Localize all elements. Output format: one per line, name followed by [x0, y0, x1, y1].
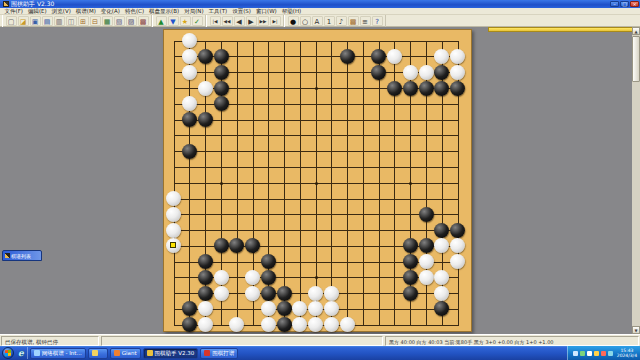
maximize-button[interactable]: □	[620, 1, 629, 7]
white-stone-1-12[interactable]	[166, 207, 181, 222]
folder-icon	[92, 350, 98, 356]
white-stone-9-19[interactable]	[292, 317, 307, 332]
star-point	[315, 87, 318, 90]
fast-forward-icon[interactable]: ▶▶	[258, 16, 269, 26]
black-stone-16-17[interactable]	[403, 286, 418, 301]
white-stone-11-18[interactable]	[324, 301, 339, 316]
menu-item-9[interactable]: 设置(S)	[230, 8, 254, 15]
taskbar-button-label: 围棋打谱	[212, 350, 234, 357]
black-stone-7-17[interactable]	[261, 286, 276, 301]
system-tray: 15:43 2024/3/4	[567, 346, 640, 360]
white-stone-7-18[interactable]	[261, 301, 276, 316]
black-stone-7-16[interactable]	[261, 270, 276, 285]
white-stone-11-17[interactable]	[324, 286, 339, 301]
tray-msg-icon[interactable]	[601, 351, 606, 356]
app-icon	[147, 350, 153, 356]
mini-window-title: 棋谱列表	[11, 253, 41, 259]
menu-item-5[interactable]: 特色(C)	[122, 8, 146, 15]
grid-line-h	[174, 199, 459, 200]
menu-item-2[interactable]: 浏览(V)	[49, 8, 73, 15]
label-a-icon[interactable]: A	[312, 16, 323, 26]
white-stone-10-18[interactable]	[308, 301, 323, 316]
star-point	[315, 182, 318, 185]
white-stone-9-18[interactable]	[292, 301, 307, 316]
quick-launch-ie[interactable]: e	[16, 347, 28, 359]
application-window: 围棋助手 V2.30 – □ × 文件(F)编辑(E)浏览(V)棋谱(M)变化(…	[0, 0, 640, 360]
toolbar-group-0: ▢◪▣▤▥◫⊞⊟▦▧▨▩	[2, 15, 152, 27]
black-stone-2-8[interactable]	[182, 144, 197, 159]
white-stone-icon[interactable]: ○	[300, 16, 311, 26]
star-point	[409, 182, 412, 185]
white-stone-5-19[interactable]	[229, 317, 244, 332]
app-icon	[3, 1, 9, 7]
last-move-marker	[170, 242, 176, 248]
black-stone-2-18[interactable]	[182, 301, 197, 316]
scroll-up-icon[interactable]: ▲	[632, 27, 640, 35]
menu-item-7[interactable]: 对局(N)	[182, 8, 206, 15]
minimized-child-window[interactable]: 棋谱列表	[2, 250, 42, 261]
tray-input-icon[interactable]	[587, 351, 592, 356]
black-stone-16-15[interactable]	[403, 254, 418, 269]
white-stone-4-16[interactable]	[214, 270, 229, 285]
black-stone-16-16[interactable]	[403, 270, 418, 285]
black-stone-4-4[interactable]	[214, 81, 229, 96]
white-stone-6-17[interactable]	[245, 286, 260, 301]
menu-item-6[interactable]: 棋盘显示(B)	[147, 8, 182, 15]
black-stone-17-14[interactable]	[419, 238, 434, 253]
new-file-icon[interactable]: ▢	[6, 16, 17, 26]
tray-antivirus-icon[interactable]	[594, 351, 599, 356]
first-move-icon[interactable]: |◀	[210, 16, 221, 26]
black-stone-4-14[interactable]	[214, 238, 229, 253]
white-stone-1-13[interactable]	[166, 223, 181, 238]
status-bar: 已保存棋谱, 棋钟已停 黑方 40:00 白方 40:03 当前:第80手 黑方…	[0, 334, 640, 346]
clock-date: 2024/3/4	[617, 353, 637, 358]
black-stone-17-12[interactable]	[419, 207, 434, 222]
black-stone-16-4[interactable]	[403, 81, 418, 96]
white-stone-18-17[interactable]	[434, 286, 449, 301]
tree-view-icon[interactable]: ▦	[102, 16, 113, 26]
white-stone-2-5[interactable]	[182, 96, 197, 111]
white-stone-3-19[interactable]	[198, 317, 213, 332]
taskbar-button-2[interactable]: Giant	[110, 348, 141, 359]
grid-line-h	[174, 230, 459, 231]
copy-icon[interactable]: ◫	[66, 16, 77, 26]
grid-line-v	[379, 41, 380, 326]
black-stone-18-13[interactable]	[434, 223, 449, 238]
menu-item-1[interactable]: 编辑(E)	[25, 8, 49, 15]
prev-move-icon[interactable]: ◀	[234, 16, 245, 26]
menu-item-8[interactable]: 工具(T)	[206, 8, 230, 15]
save-icon[interactable]: ▣	[30, 16, 41, 26]
last-move-icon[interactable]: ▶|	[270, 16, 281, 26]
go-board[interactable]	[163, 29, 472, 332]
ie-icon	[34, 350, 40, 356]
white-stone-2-2[interactable]	[182, 49, 197, 64]
white-stone-17-3[interactable]	[419, 65, 434, 80]
black-stone-3-17[interactable]	[198, 286, 213, 301]
status-middle	[101, 336, 383, 346]
white-stone-17-16[interactable]	[419, 270, 434, 285]
number-icon[interactable]: 1	[324, 16, 335, 26]
black-stone-8-17[interactable]	[277, 286, 292, 301]
black-stone-14-3[interactable]	[371, 65, 386, 80]
red-app-icon	[204, 350, 210, 356]
black-stone-2-6[interactable]	[182, 112, 197, 127]
menu-item-3[interactable]: 棋谱(M)	[73, 8, 98, 15]
menu-item-4[interactable]: 变化(A)	[98, 8, 122, 15]
white-stone-4-17[interactable]	[214, 286, 229, 301]
black-stone-19-4[interactable]	[450, 81, 465, 96]
toolbar-group-2: |◀◀◀◀▶▶▶▶|	[206, 15, 284, 27]
toolbar: ▢◪▣▤▥◫⊞⊟▦▧▨▩▲▼★✓|◀◀◀◀▶▶▶▶|●○A1♪▩≡?	[0, 15, 640, 27]
doc-icon	[114, 350, 120, 356]
mark-star-icon[interactable]: ★	[180, 16, 191, 26]
grid-line-h	[174, 214, 459, 215]
white-stone-15-2[interactable]	[387, 49, 402, 64]
board-view-icon[interactable]: ⊞	[78, 16, 89, 26]
white-stone-18-2[interactable]	[434, 49, 449, 64]
open-folder-icon[interactable]: ◪	[18, 16, 29, 26]
black-stone-3-15[interactable]	[198, 254, 213, 269]
black-stone-8-19[interactable]	[277, 317, 292, 332]
white-stone-6-16[interactable]	[245, 270, 260, 285]
white-stone-18-14[interactable]	[434, 238, 449, 253]
white-stone-18-16[interactable]	[434, 270, 449, 285]
tray-icons	[572, 351, 614, 356]
black-stone-18-18[interactable]	[434, 301, 449, 316]
sound-icon[interactable]: ♪	[336, 16, 347, 26]
white-stone-19-14[interactable]	[450, 238, 465, 253]
black-stone-15-4[interactable]	[387, 81, 402, 96]
grid-line-v	[331, 41, 332, 326]
black-stone-18-4[interactable]	[434, 81, 449, 96]
white-stone-11-19[interactable]	[324, 317, 339, 332]
fast-back-icon[interactable]: ◀◀	[222, 16, 233, 26]
taskbar: e 网络棋谱 - Int...Giant围棋助手 V2.30围棋打谱 15:43…	[0, 346, 640, 360]
taskbar-button-label: Giant	[122, 350, 137, 356]
start-button[interactable]	[2, 347, 14, 359]
black-stone-8-18[interactable]	[277, 301, 292, 316]
print-icon[interactable]: ▥	[54, 16, 65, 26]
white-stone-2-1[interactable]	[182, 33, 197, 48]
black-stone-4-5[interactable]	[214, 96, 229, 111]
black-stone-5-14[interactable]	[229, 238, 244, 253]
ie-icon: e	[18, 348, 24, 358]
taskbar-button-1[interactable]	[88, 348, 108, 359]
toolbar-group-1: ▲▼★✓	[152, 15, 206, 27]
black-stone-3-16[interactable]	[198, 270, 213, 285]
black-stone-icon[interactable]: ●	[288, 16, 299, 26]
help-icon[interactable]: ?	[372, 16, 383, 26]
white-stone-12-19[interactable]	[340, 317, 355, 332]
move-up-icon[interactable]: ▲	[156, 16, 167, 26]
list-view-icon[interactable]: ▧	[114, 16, 125, 26]
check-icon[interactable]: ✓	[192, 16, 203, 26]
black-stone-3-6[interactable]	[198, 112, 213, 127]
menu-item-0[interactable]: 文件(F)	[2, 8, 25, 15]
black-stone-18-3[interactable]	[434, 65, 449, 80]
grid-line-v	[347, 41, 348, 326]
client-area: 棋谱列表 ▲ ▼	[0, 27, 640, 334]
move-down-icon[interactable]: ▼	[168, 16, 179, 26]
taskbar-button-3[interactable]: 围棋助手 V2.30	[143, 348, 199, 359]
save-all-icon[interactable]: ▤	[42, 16, 53, 26]
tray-network-icon[interactable]	[580, 351, 585, 356]
black-stone-3-2[interactable]	[198, 49, 213, 64]
black-stone-17-4[interactable]	[419, 81, 434, 96]
tray-volume-icon[interactable]	[573, 351, 578, 356]
tray-battery-icon[interactable]	[608, 351, 613, 356]
white-stone-7-19[interactable]	[261, 317, 276, 332]
taskbar-button-4[interactable]: 围棋打谱	[200, 348, 238, 359]
menu-item-10[interactable]: 窗口(W)	[254, 8, 280, 15]
black-stone-2-19[interactable]	[182, 317, 197, 332]
white-stone-2-3[interactable]	[182, 65, 197, 80]
taskbar-button-0[interactable]: 网络棋谱 - Int...	[30, 348, 86, 359]
black-stone-14-2[interactable]	[371, 49, 386, 64]
black-stone-4-2[interactable]	[214, 49, 229, 64]
highlight-strip	[488, 27, 633, 32]
white-stone-3-4[interactable]	[198, 81, 213, 96]
scroll-down-icon[interactable]: ▼	[632, 326, 640, 334]
white-stone-3-18[interactable]	[198, 301, 213, 316]
grid-icon[interactable]: ▩	[348, 16, 359, 26]
minimize-button[interactable]: –	[610, 1, 619, 7]
black-stone-19-13[interactable]	[450, 223, 465, 238]
taskbar-button-label: 围棋助手 V2.30	[155, 350, 195, 357]
black-stone-16-14[interactable]	[403, 238, 418, 253]
menu-item-11[interactable]: 帮助(H)	[279, 8, 303, 15]
white-stone-10-17[interactable]	[308, 286, 323, 301]
white-stone-16-3[interactable]	[403, 65, 418, 80]
status-left: 已保存棋谱, 棋钟已停	[1, 336, 99, 346]
white-stone-19-3[interactable]	[450, 65, 465, 80]
grid-line-v	[363, 41, 364, 326]
close-button[interactable]: ×	[630, 1, 639, 7]
white-stone-10-19[interactable]	[308, 317, 323, 332]
windows-flag-icon	[5, 350, 11, 357]
black-stone-7-15[interactable]	[261, 254, 276, 269]
star-point	[220, 182, 223, 185]
taskbar-clock[interactable]: 15:43 2024/3/4	[617, 348, 637, 358]
toolbar-group-3: ●○A1♪▩≡?	[284, 15, 386, 27]
black-stone-6-14[interactable]	[245, 238, 260, 253]
menu-list-icon[interactable]: ≡	[360, 16, 371, 26]
black-stone-4-3[interactable]	[214, 65, 229, 80]
task-buttons: 网络棋谱 - Int...Giant围棋助手 V2.30围棋打谱	[28, 348, 239, 359]
black-stone-12-2[interactable]	[340, 49, 355, 64]
vertical-scrollbar[interactable]: ▲ ▼	[632, 27, 640, 334]
white-stone-19-15[interactable]	[450, 254, 465, 269]
status-right: 黑方 40:00 白方 40:03 当前:第80手 黑方 3+0 +0.00 白…	[385, 336, 639, 346]
white-stone-1-11[interactable]	[166, 191, 181, 206]
taskbar-button-label: 网络棋谱 - Int...	[42, 350, 82, 357]
board-zoom-icon[interactable]: ⊟	[90, 16, 101, 26]
mini-window-icon	[5, 253, 10, 258]
comment-view-icon[interactable]: ▨	[126, 16, 137, 26]
info-view-icon[interactable]: ▩	[138, 16, 149, 26]
scrollbar-thumb[interactable]	[632, 36, 640, 82]
white-stone-17-15[interactable]	[419, 254, 434, 269]
white-stone-19-2[interactable]	[450, 49, 465, 64]
next-move-icon[interactable]: ▶	[246, 16, 257, 26]
